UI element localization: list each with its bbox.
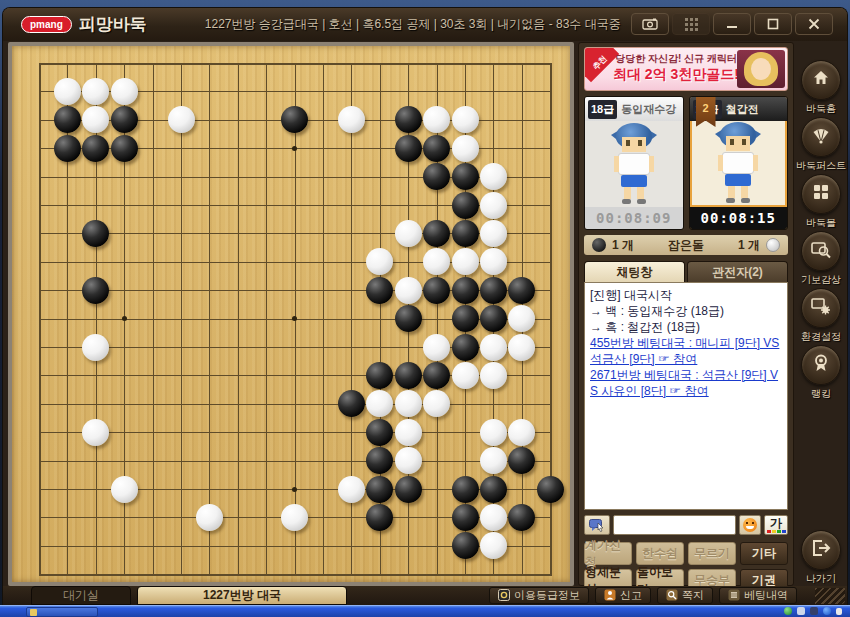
tray-utility-icon[interactable] bbox=[797, 607, 805, 615]
star-point bbox=[292, 316, 297, 321]
black-stone bbox=[508, 504, 535, 531]
report-icon bbox=[604, 589, 616, 603]
desktop: pmang 피망바둑 1227번방 승강급대국 | 호선 | 흑6.5집 공제 … bbox=[0, 0, 850, 617]
white-stone bbox=[508, 419, 535, 446]
white-avatar bbox=[607, 123, 661, 205]
game-button-기타[interactable]: 기타 bbox=[740, 542, 788, 565]
white-player-name: 동입재수강 bbox=[621, 102, 676, 117]
windows-taskbar bbox=[0, 605, 850, 617]
sidebar-item-바둑몰[interactable]: 바둑몰 bbox=[795, 174, 847, 230]
black-stone bbox=[54, 135, 81, 162]
black-stone bbox=[452, 504, 479, 531]
white-stone bbox=[452, 248, 479, 275]
white-stone bbox=[423, 106, 450, 133]
black-stone bbox=[338, 390, 365, 417]
chat-bubble-icon[interactable] bbox=[584, 515, 610, 535]
chat-info-line: → 백 : 동입재수강 (18급) bbox=[590, 303, 782, 319]
exit-icon bbox=[810, 538, 832, 562]
black-stone bbox=[452, 277, 479, 304]
black-stone bbox=[111, 106, 138, 133]
black-stone bbox=[452, 334, 479, 361]
taskbar-app-icon bbox=[30, 609, 37, 616]
screenshot-camera-icon[interactable] bbox=[631, 13, 669, 35]
white-stone bbox=[508, 305, 535, 332]
black-stone bbox=[508, 447, 535, 474]
captured-stones-row: 1 개 잡은돌 1 개 bbox=[584, 235, 788, 255]
chat-room-link[interactable]: 2671번방 베팅대국 : 석금산 [9단] VS 사유인 [8단] ☞ 참여 bbox=[590, 367, 782, 399]
settings-icon bbox=[810, 296, 832, 320]
emoji-icon[interactable] bbox=[739, 515, 761, 535]
black-stone bbox=[82, 135, 109, 162]
white-stone bbox=[338, 106, 365, 133]
board-panel bbox=[8, 42, 574, 586]
black-stone bbox=[423, 362, 450, 389]
black-stone bbox=[395, 106, 422, 133]
white-stone bbox=[366, 390, 393, 417]
star-point bbox=[292, 146, 297, 151]
black-stone bbox=[54, 106, 81, 133]
record-icon bbox=[810, 239, 832, 263]
white-timer: 00:08:09 bbox=[585, 207, 683, 229]
white-stone bbox=[480, 220, 507, 247]
black-stone bbox=[480, 476, 507, 503]
tab-spectators[interactable]: 관전자(2) bbox=[687, 261, 788, 282]
go-board[interactable] bbox=[12, 46, 570, 582]
black-stone bbox=[366, 277, 393, 304]
black-stone bbox=[480, 277, 507, 304]
sidebar-menu: 바둑홈바둑퍼스트바둑몰기보감상환경설정랭킹나가기 bbox=[795, 42, 847, 602]
white-stone bbox=[480, 192, 507, 219]
white-stone bbox=[366, 248, 393, 275]
grid-line-h bbox=[39, 461, 551, 462]
bottom-bar: 대기실 1227번방 대국 이용등급정보신고쪽지베팅내역 bbox=[3, 586, 847, 605]
tray-shield-icon[interactable] bbox=[810, 607, 818, 615]
white-stone bbox=[480, 447, 507, 474]
black-stone bbox=[452, 163, 479, 190]
white-captured-count: 1 개 bbox=[738, 237, 760, 254]
white-stone bbox=[111, 476, 138, 503]
black-stone bbox=[395, 476, 422, 503]
chat-tabs: 채팅창관전자(2) bbox=[584, 261, 788, 282]
game-button-무르기: 무르기 bbox=[688, 542, 736, 565]
white-stone bbox=[54, 78, 81, 105]
bottom-action-신고[interactable]: 신고 bbox=[595, 587, 651, 604]
app-name: 피망바둑 bbox=[79, 13, 147, 36]
white-stone bbox=[480, 362, 507, 389]
chat-room-link[interactable]: 455번방 베팅대국 : 매니피 [9단] VS 석금산 [9단] ☞ 참여 bbox=[590, 335, 782, 367]
white-stone bbox=[82, 106, 109, 133]
sidebar-item-환경설정[interactable]: 환경설정 bbox=[795, 288, 847, 344]
black-stone bbox=[452, 305, 479, 332]
right-panel: 추천 당당한 자신감! 신규 캐릭터 최대 2억 3천만골드! 18급 동입재수… bbox=[578, 42, 794, 586]
bottom-action-베팅내역[interactable]: 베팅내역 bbox=[719, 587, 797, 604]
white-stone bbox=[452, 135, 479, 162]
black-stone bbox=[366, 447, 393, 474]
black-stone bbox=[423, 135, 450, 162]
sidebar-item-바둑퍼스트[interactable]: 바둑퍼스트 bbox=[795, 117, 847, 173]
white-stone bbox=[480, 334, 507, 361]
black-stone bbox=[452, 532, 479, 559]
black-stone bbox=[111, 135, 138, 162]
captured-label: 잡은돌 bbox=[634, 237, 738, 254]
sidebar-item-바둑홈[interactable]: 바둑홈 bbox=[795, 60, 847, 116]
white-stone bbox=[452, 362, 479, 389]
fan-icon bbox=[810, 125, 832, 149]
white-stone bbox=[423, 248, 450, 275]
black-stone bbox=[452, 192, 479, 219]
game-button-계가신청: 계가신청 bbox=[584, 542, 632, 565]
white-stone bbox=[82, 78, 109, 105]
black-stone bbox=[452, 220, 479, 247]
sidebar-item-기보감상[interactable]: 기보감상 bbox=[795, 231, 847, 287]
white-stone bbox=[395, 419, 422, 446]
shop-icon bbox=[811, 182, 831, 206]
font-style-button[interactable]: 가 bbox=[764, 515, 788, 535]
bottom-action-쪽지[interactable]: 쪽지 bbox=[657, 587, 713, 604]
black-stone-icon bbox=[592, 238, 606, 252]
white-stone bbox=[395, 447, 422, 474]
black-stone bbox=[366, 419, 393, 446]
black-stone bbox=[82, 277, 109, 304]
star-point bbox=[122, 316, 127, 321]
maximize-icon[interactable] bbox=[754, 13, 792, 35]
white-stone-icon bbox=[766, 238, 780, 252]
black-avatar bbox=[711, 122, 765, 204]
home-icon bbox=[811, 68, 831, 92]
white-stone bbox=[480, 163, 507, 190]
black-stone bbox=[366, 504, 393, 531]
black-stone bbox=[508, 277, 535, 304]
grid-line-h bbox=[39, 574, 552, 576]
white-stone bbox=[196, 504, 223, 531]
white-stone bbox=[395, 220, 422, 247]
white-stone bbox=[423, 334, 450, 361]
chat-info-line: → 흑 : 철갑전 (18급) bbox=[590, 319, 782, 335]
white-stone bbox=[452, 106, 479, 133]
ad-model-image bbox=[737, 50, 785, 88]
white-stone bbox=[480, 419, 507, 446]
white-stone bbox=[395, 277, 422, 304]
star-point bbox=[292, 487, 297, 492]
white-stone bbox=[508, 334, 535, 361]
white-stone bbox=[395, 390, 422, 417]
grid-line-h bbox=[39, 432, 551, 433]
white-stone bbox=[423, 390, 450, 417]
history-icon bbox=[728, 589, 740, 603]
black-stone bbox=[423, 163, 450, 190]
tab-game-room[interactable]: 1227번방 대국 bbox=[137, 586, 347, 605]
white-stone bbox=[82, 419, 109, 446]
grid-line-h bbox=[39, 63, 552, 65]
taskbar-app-button[interactable] bbox=[26, 607, 98, 617]
black-stone bbox=[281, 106, 308, 133]
black-stone bbox=[395, 362, 422, 389]
note-icon bbox=[666, 589, 678, 603]
black-stone bbox=[452, 476, 479, 503]
rating-icon bbox=[498, 589, 510, 603]
titlebar: pmang 피망바둑 1227번방 승강급대국 | 호선 | 흑6.5집 공제 … bbox=[3, 8, 847, 41]
sidebar-item-나가기[interactable]: 나가기 bbox=[795, 530, 847, 586]
player-card-white: 18급 동입재수강 00:08:09 bbox=[584, 96, 684, 230]
chat-message-area[interactable]: [진행] 대국시작→ 백 : 동입재수강 (18급)→ 흑 : 철갑전 (18급… bbox=[584, 282, 788, 510]
tray-volume-icon[interactable] bbox=[836, 608, 842, 615]
tab-waiting-room[interactable]: 대기실 bbox=[31, 586, 131, 605]
bottom-action-이용등급정보[interactable]: 이용등급정보 bbox=[489, 587, 589, 604]
black-stone bbox=[423, 220, 450, 247]
app-logo: pmang 피망바둑 bbox=[21, 13, 147, 36]
chat-info-line: [진행] 대국시작 bbox=[590, 287, 782, 303]
game-action-buttons: 계가신청한수쉼무르기기타형세분석돌아보기무승부기권 bbox=[584, 542, 788, 592]
ad-banner[interactable]: 추천 당당한 자신감! 신규 캐릭터 최대 2억 3천만골드! bbox=[584, 47, 788, 91]
chat-input-row: 가 bbox=[584, 514, 788, 536]
tab-chat[interactable]: 채팅창 bbox=[584, 261, 685, 282]
pmang-baduk-window: pmang 피망바둑 1227번방 승강급대국 | 호선 | 흑6.5집 공제 … bbox=[3, 8, 847, 605]
player-cards: 18급 동입재수강 00:08:09 bbox=[584, 96, 788, 230]
grid-line-v bbox=[323, 63, 324, 574]
white-stone bbox=[82, 334, 109, 361]
ranking-icon bbox=[811, 353, 831, 377]
black-captured-count: 1 개 bbox=[612, 237, 634, 254]
white-stone bbox=[111, 78, 138, 105]
black-player-name: 철갑전 bbox=[726, 102, 759, 117]
black-stone bbox=[423, 277, 450, 304]
white-rank-badge: 18급 bbox=[588, 100, 617, 119]
grid-view-icon[interactable] bbox=[672, 13, 710, 35]
sidebar-item-랭킹[interactable]: 랭킹 bbox=[795, 345, 847, 401]
player-card-black: 18급 철갑전 2 00:08:15 bbox=[689, 96, 789, 230]
resize-grip[interactable] bbox=[815, 588, 845, 604]
black-stone bbox=[82, 220, 109, 247]
ad-line1: 당당한 자신감! 신규 캐릭터 bbox=[611, 52, 741, 66]
white-stone bbox=[168, 106, 195, 133]
white-stone bbox=[281, 504, 308, 531]
chat-input[interactable] bbox=[613, 515, 736, 535]
black-stone bbox=[366, 476, 393, 503]
close-icon[interactable] bbox=[795, 13, 833, 35]
black-stone bbox=[395, 135, 422, 162]
bottom-actions: 이용등급정보신고쪽지베팅내역 bbox=[489, 587, 797, 604]
window-title: 1227번방 승강급대국 | 호선 | 흑6.5집 공제 | 30초 3회 | … bbox=[205, 16, 621, 33]
game-button-한수쉼: 한수쉼 bbox=[636, 542, 684, 565]
white-stone bbox=[338, 476, 365, 503]
system-tray bbox=[784, 607, 842, 615]
black-stone bbox=[537, 476, 564, 503]
grid-line-h bbox=[39, 404, 551, 405]
window-controls bbox=[631, 13, 833, 35]
white-stone bbox=[480, 504, 507, 531]
pmang-logo: pmang bbox=[21, 16, 72, 33]
tray-messenger-icon[interactable] bbox=[784, 607, 792, 615]
black-stone bbox=[395, 305, 422, 332]
tray-browser-icon[interactable] bbox=[823, 607, 831, 615]
white-stone bbox=[480, 532, 507, 559]
ad-line2: 최대 2억 3천만골드! bbox=[611, 66, 741, 84]
black-stone bbox=[366, 362, 393, 389]
black-stone bbox=[480, 305, 507, 332]
black-timer: 00:08:15 bbox=[690, 207, 788, 229]
white-stone bbox=[480, 248, 507, 275]
minimize-icon[interactable] bbox=[713, 13, 751, 35]
